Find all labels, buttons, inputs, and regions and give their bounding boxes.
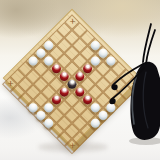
- drawstring-bag: [0, 0, 160, 160]
- photo-scene: ✕●●●✕●●●●●●●●●●●●●●●●●●●✕●●●✕: [0, 0, 160, 160]
